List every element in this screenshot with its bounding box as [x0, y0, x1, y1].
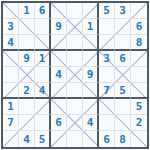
cell-r2c6-given-1[interactable]: 1 — [83, 19, 99, 35]
cell-r2c4-given-9[interactable]: 9 — [51, 19, 67, 35]
cell-r2c3-empty[interactable] — [35, 19, 51, 35]
cell-r8c1-given-7[interactable]: 7 — [3, 115, 19, 131]
cell-r7c5-empty[interactable] — [67, 99, 83, 115]
cell-r9c2-given-4[interactable]: 4 — [19, 131, 35, 147]
cell-r9c1-empty[interactable] — [3, 131, 19, 147]
cell-r4c9-empty[interactable] — [131, 51, 147, 67]
cell-r8c7-empty[interactable] — [99, 115, 115, 131]
cell-r6c3-given-4[interactable]: 4 — [35, 83, 51, 99]
cell-r5c3-empty[interactable] — [35, 67, 51, 83]
cell-r4c3-given-1[interactable]: 1 — [35, 51, 51, 67]
cell-r8c8-empty[interactable] — [115, 115, 131, 131]
cell-r1c6-empty[interactable] — [83, 3, 99, 19]
cell-r2c8-empty[interactable] — [115, 19, 131, 35]
cell-r6c5-empty[interactable] — [67, 83, 83, 99]
cell-r9c4-empty[interactable] — [51, 131, 67, 147]
cell-r1c4-empty[interactable] — [51, 3, 67, 19]
cell-r3c1-given-4[interactable]: 4 — [3, 35, 19, 51]
cell-r1c5-empty[interactable] — [67, 3, 83, 19]
cell-r9c8-given-8[interactable]: 8 — [115, 131, 131, 147]
cell-r6c9-empty[interactable] — [131, 83, 147, 99]
cell-r1c3-given-6[interactable]: 6 — [35, 3, 51, 19]
cell-r1c1-empty[interactable] — [3, 3, 19, 19]
cell-r5c7-empty[interactable] — [99, 67, 115, 83]
cell-r8c6-given-4[interactable]: 4 — [83, 115, 99, 131]
cell-r3c3-empty[interactable] — [35, 35, 51, 51]
cell-r4c1-empty[interactable] — [3, 51, 19, 67]
cell-r2c7-empty[interactable] — [99, 19, 115, 35]
cell-r4c5-empty[interactable] — [67, 51, 83, 67]
cell-r3c5-empty[interactable] — [67, 35, 83, 51]
cell-r1c2-given-1[interactable]: 1 — [19, 3, 35, 19]
cell-r5c1-empty[interactable] — [3, 67, 19, 83]
cell-r7c8-empty[interactable] — [115, 99, 131, 115]
cell-r9c5-empty[interactable] — [67, 131, 83, 147]
cell-r8c9-given-2[interactable]: 2 — [131, 115, 147, 131]
cell-r1c9-empty[interactable] — [131, 3, 147, 19]
cell-r3c7-empty[interactable] — [99, 35, 115, 51]
cell-r1c8-given-3[interactable]: 3 — [115, 3, 131, 19]
cell-r6c8-given-5[interactable]: 5 — [115, 83, 131, 99]
cell-r6c7-given-7[interactable]: 7 — [99, 83, 115, 99]
cell-r3c8-empty[interactable] — [115, 35, 131, 51]
cell-r8c3-empty[interactable] — [35, 115, 51, 131]
cell-r6c2-given-2[interactable]: 2 — [19, 83, 35, 99]
cell-r8c4-given-6[interactable]: 6 — [51, 115, 67, 131]
cell-r4c6-empty[interactable] — [83, 51, 99, 67]
cell-r6c4-empty[interactable] — [51, 83, 67, 99]
cell-r3c9-given-8[interactable]: 8 — [131, 35, 147, 51]
cell-r3c4-empty[interactable] — [51, 35, 67, 51]
cell-r5c6-given-9[interactable]: 9 — [83, 67, 99, 83]
sudoku-grid: 165339164891364924751576424568 — [3, 3, 147, 147]
sudoku-board: 165339164891364924751576424568 — [1, 1, 149, 149]
cell-r5c5-empty[interactable] — [67, 67, 83, 83]
cell-r1c7-given-5[interactable]: 5 — [99, 3, 115, 19]
cell-r2c1-given-3[interactable]: 3 — [3, 19, 19, 35]
cell-r8c2-empty[interactable] — [19, 115, 35, 131]
cell-r9c6-empty[interactable] — [83, 131, 99, 147]
cell-r9c7-given-6[interactable]: 6 — [99, 131, 115, 147]
cell-r9c9-empty[interactable] — [131, 131, 147, 147]
cell-r3c6-empty[interactable] — [83, 35, 99, 51]
cell-r5c8-empty[interactable] — [115, 67, 131, 83]
cell-r2c9-given-6[interactable]: 6 — [131, 19, 147, 35]
cell-r7c3-empty[interactable] — [35, 99, 51, 115]
cell-r7c2-empty[interactable] — [19, 99, 35, 115]
cell-r6c1-empty[interactable] — [3, 83, 19, 99]
cell-r7c9-given-5[interactable]: 5 — [131, 99, 147, 115]
cell-r7c4-empty[interactable] — [51, 99, 67, 115]
cell-r4c7-given-3[interactable]: 3 — [99, 51, 115, 67]
cell-r7c1-given-1[interactable]: 1 — [3, 99, 19, 115]
cell-r2c5-empty[interactable] — [67, 19, 83, 35]
cell-r7c7-empty[interactable] — [99, 99, 115, 115]
cell-r5c4-given-4[interactable]: 4 — [51, 67, 67, 83]
cell-r2c2-empty[interactable] — [19, 19, 35, 35]
cell-r7c6-empty[interactable] — [83, 99, 99, 115]
cell-r9c3-given-5[interactable]: 5 — [35, 131, 51, 147]
cell-r4c8-given-6[interactable]: 6 — [115, 51, 131, 67]
cell-r5c9-empty[interactable] — [131, 67, 147, 83]
cell-r4c4-empty[interactable] — [51, 51, 67, 67]
cell-r4c2-given-9[interactable]: 9 — [19, 51, 35, 67]
cell-r3c2-empty[interactable] — [19, 35, 35, 51]
cell-r5c2-empty[interactable] — [19, 67, 35, 83]
cell-r6c6-empty[interactable] — [83, 83, 99, 99]
cell-r8c5-empty[interactable] — [67, 115, 83, 131]
